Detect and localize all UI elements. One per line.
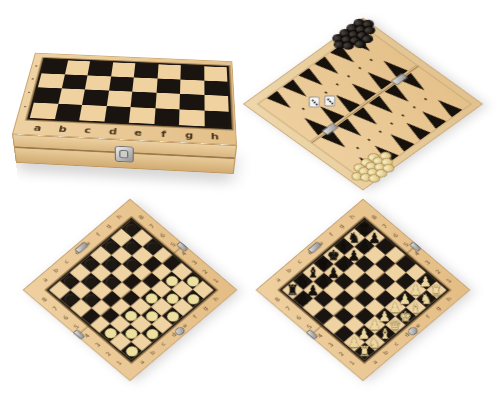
coordinate-label: h [349,214,357,220]
coordinate-label: b [286,268,294,274]
coordinate-label: 7 [51,305,61,313]
front-letter: h [202,132,228,141]
chess-view: ♜♞♝♛♚♝♞♜♟♟♟♟♟♟♟♟♟♟♟♟♟♟♟♟♜♞♝♛♚♝♞♜abcdefgh… [256,199,471,382]
board-cell [104,106,131,123]
die [309,96,320,107]
coordinate-label: 6 [295,314,305,322]
peg-hole [367,139,371,142]
front-letter: e [125,129,151,138]
checkers-board: ●●●●●●●●●●●●●●●●●●●●●●●●abcdefghabcdefgh… [23,199,238,382]
coordinate-label: 7 [381,223,391,231]
board-cell [85,75,111,90]
closed-box-top-face: abcdefgh [12,53,237,146]
coordinate-label: a [138,358,145,364]
coordinate-label: f [329,232,335,237]
board-cell [34,87,61,103]
coordinate-label: g [201,305,209,311]
coordinate-label: 8 [40,296,50,304]
coordinate-label: 6 [391,232,401,240]
coordinate-label: h [212,296,220,302]
die [324,95,335,106]
coordinate-label: 8 [273,296,283,304]
coordinate-label: 1 [348,359,358,367]
board-cell [179,109,204,126]
coordinate-label: b [382,349,390,355]
board-cell [79,105,106,122]
backgammon-point [298,68,328,89]
coordinate-label: 3 [190,259,200,267]
board-cell [180,65,203,80]
peg-hole [347,75,351,78]
board-cell [38,73,65,88]
coordinate-label: c [392,340,399,346]
backgammon-point [401,119,431,140]
coordinate-label: 1 [115,359,125,367]
checkers-view: ●●●●●●●●●●●●●●●●●●●●●●●●abcdefghabcdefgh… [23,199,238,382]
die-pip [327,98,329,100]
chess-piece: ♜ [430,283,443,297]
board-cell [54,103,82,120]
peg-hole [390,122,394,125]
board-cell [131,92,156,108]
coordinate-label: 3 [326,341,336,349]
side-coordinate-marks [22,60,39,114]
peg-hole [369,59,373,62]
backgammon-point [385,130,415,151]
backgammon-point [417,108,447,129]
front-letter: f [151,130,177,139]
board-cell [154,108,180,125]
board-cell [106,91,132,107]
coordinate-label: 2 [201,268,211,276]
peg-hole [379,131,383,134]
peg-hole [335,83,339,86]
product-photo-stage: abcdefgh ●●●●●●●●●●●●●●●●●●●●●●●●abcdefg… [0,0,500,400]
coordinate-label: c [159,340,166,346]
board-cell [134,63,158,78]
front-letter: d [100,128,126,137]
closed-box-checker-pattern [27,58,232,129]
board-cell [204,110,229,127]
coordinate-label: 7 [148,223,158,231]
board-cell [109,76,134,91]
board-cell [204,66,228,81]
board-cell [132,77,157,93]
coordinate-label: 2 [434,268,444,276]
coordinate-label: b [149,349,157,355]
coordinate-label: 3 [93,341,103,349]
coordinate-label: 1 [444,277,454,285]
die-pip [315,103,317,105]
coordinate-label: 2 [337,350,347,358]
coordinate-label: 6 [158,232,168,240]
board-cell [129,107,155,124]
coordinate-label: 8 [137,214,147,222]
chess-board: ♜♞♝♛♚♝♞♜♟♟♟♟♟♟♟♟♟♟♟♟♟♟♟♟♜♞♝♛♚♝♞♜abcdefgh… [256,199,471,382]
front-letter: c [74,126,101,135]
board-cell [157,64,181,79]
die-pip [331,102,333,104]
coordinate-label: a [42,277,49,283]
front-letter: b [49,125,76,134]
coordinate-label: c [297,259,304,265]
board-cell [180,79,204,95]
front-letter: g [176,131,202,140]
board-cell [42,59,68,74]
coordinate-label: 7 [284,305,294,313]
backgammon-board [243,17,483,190]
backgammon-view [243,17,483,190]
coordinate-label: 2 [104,350,114,358]
board-cell [65,60,91,75]
peg-hole [424,98,428,101]
coordinate-label: f [96,232,102,237]
board-cell [88,61,113,76]
peg-hole [358,67,362,70]
coordinate-label: a [371,358,378,364]
coordinate-label: g [434,305,442,311]
coordinate-label: h [445,296,453,302]
coordinate-label: b [53,268,61,274]
board-cell [179,94,204,110]
coordinate-label: 8 [370,214,380,222]
front-letter: a [24,124,51,133]
board-cell [204,80,228,96]
peg-hole [324,91,328,94]
board-cell [58,88,85,104]
board-cell [82,89,108,105]
board-cell [111,62,136,77]
peg-hole [401,114,405,117]
coordinate-label: 3 [423,259,433,267]
peg-hole [413,106,417,109]
peg-hole [301,108,305,111]
coordinate-label: f [191,314,197,319]
coordinate-label: f [424,314,430,319]
peg-hole [356,147,360,150]
coordinate-label: a [275,277,282,283]
backgammon-point [282,79,312,100]
coordinate-label: 1 [211,277,221,285]
backgammon-point [433,96,463,117]
closed-box: abcdefgh [12,53,237,146]
die-pip [313,101,315,103]
die-pip [329,100,331,102]
board-cell [30,102,58,119]
closed-box-view: abcdefgh [26,45,246,210]
backgammon-point [266,91,296,112]
metal-clasp [115,146,134,163]
backgammon-point [314,56,344,77]
coordinate-label: c [64,259,71,265]
board-cell [61,74,87,89]
board-cell [204,95,229,111]
coordinate-label: h [116,214,124,220]
coordinate-label: g [338,223,346,229]
coordinate-label: g [105,223,113,229]
board-cell [155,93,180,109]
die-pip [311,99,313,101]
board-cell [156,78,180,94]
coordinate-label: 6 [62,314,72,322]
